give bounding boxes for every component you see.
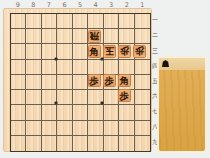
board-cell[interactable] xyxy=(11,90,26,105)
board-cell[interactable] xyxy=(104,105,119,120)
board-cell[interactable] xyxy=(26,121,41,136)
board-cell[interactable] xyxy=(73,105,88,120)
board-cell[interactable] xyxy=(88,136,103,151)
board-cell[interactable] xyxy=(11,60,26,75)
board-cell[interactable] xyxy=(11,105,26,120)
board-cell[interactable] xyxy=(26,44,41,59)
board-cell[interactable] xyxy=(11,44,26,59)
board-cell[interactable] xyxy=(57,105,72,120)
board-cell[interactable] xyxy=(11,29,26,44)
board-cell[interactable] xyxy=(88,121,103,136)
shogi-piece-pawn-2六[interactable]: 歩 xyxy=(118,89,131,102)
board-cell[interactable] xyxy=(73,136,88,151)
board-cell[interactable] xyxy=(104,90,119,105)
board-cell[interactable] xyxy=(42,121,57,136)
board-cell[interactable] xyxy=(73,29,88,44)
board-cell[interactable] xyxy=(73,60,88,75)
board-cell[interactable] xyxy=(42,60,57,75)
star-point xyxy=(100,102,103,105)
board-cell[interactable] xyxy=(11,136,26,151)
board-cell[interactable] xyxy=(119,14,134,29)
board-cell[interactable] xyxy=(11,121,26,136)
board-cell[interactable] xyxy=(73,75,88,90)
board-cell[interactable] xyxy=(42,105,57,120)
shogi-board: 飛角玉歩歩歩歩角歩 xyxy=(3,8,152,152)
star-point xyxy=(55,102,58,105)
board-cell[interactable] xyxy=(88,14,103,29)
board-cell[interactable] xyxy=(119,105,134,120)
board-cell[interactable] xyxy=(135,75,150,90)
board-cell[interactable] xyxy=(42,14,57,29)
board-cell[interactable] xyxy=(73,44,88,59)
board-cell[interactable] xyxy=(26,14,41,29)
board-cell[interactable] xyxy=(57,60,72,75)
board-cell[interactable] xyxy=(26,75,41,90)
board-cell[interactable] xyxy=(26,105,41,120)
rank-label: 一 xyxy=(152,13,158,28)
shogi-piece-bishop-4三[interactable]: 角 xyxy=(88,45,101,58)
board-cell[interactable] xyxy=(11,75,26,90)
board-cell[interactable] xyxy=(73,14,88,29)
komadai-header xyxy=(159,58,205,70)
board-cell[interactable] xyxy=(104,29,119,44)
board-cell[interactable] xyxy=(135,121,150,136)
board-cell[interactable] xyxy=(73,90,88,105)
board-cell[interactable] xyxy=(104,60,119,75)
board-cell[interactable] xyxy=(119,60,134,75)
board-cell[interactable] xyxy=(26,60,41,75)
board-cell[interactable] xyxy=(42,29,57,44)
sente-marker-icon xyxy=(162,60,169,67)
shogi-piece-bishop-2五[interactable]: 角 xyxy=(118,74,131,87)
rank-label: 二 xyxy=(152,28,158,43)
shogi-piece-pawn-3五[interactable]: 歩 xyxy=(103,74,116,87)
shogi-piece-rook-4二[interactable]: 飛 xyxy=(88,30,101,43)
board-cell[interactable] xyxy=(104,136,119,151)
board-cell[interactable] xyxy=(11,14,26,29)
board-cell[interactable] xyxy=(57,14,72,29)
board-cell[interactable] xyxy=(104,121,119,136)
board-cell[interactable] xyxy=(57,90,72,105)
board-cell[interactable] xyxy=(119,121,134,136)
star-point xyxy=(55,57,58,60)
board-cell[interactable] xyxy=(26,90,41,105)
board-cell[interactable] xyxy=(135,105,150,120)
board-cell[interactable] xyxy=(57,29,72,44)
board-cell[interactable] xyxy=(57,121,72,136)
board-cell[interactable] xyxy=(42,136,57,151)
board-cell[interactable] xyxy=(135,90,150,105)
board-cell[interactable] xyxy=(135,136,150,151)
board-cell[interactable] xyxy=(135,60,150,75)
komadai-sente-hand-tray xyxy=(157,56,207,153)
board-cell[interactable] xyxy=(26,29,41,44)
tsume-shogi-app: 987654321 一二三四五六七八九 飛角玉歩歩歩歩角歩 xyxy=(0,0,210,158)
board-cell[interactable] xyxy=(119,29,134,44)
board-cell[interactable] xyxy=(119,136,134,151)
board-cell[interactable] xyxy=(57,136,72,151)
board-cell[interactable] xyxy=(26,136,41,151)
board-cell[interactable] xyxy=(104,14,119,29)
board-cell[interactable] xyxy=(135,29,150,44)
shogi-piece-pawn-4五[interactable]: 歩 xyxy=(88,74,101,87)
board-cell[interactable] xyxy=(57,75,72,90)
shogi-piece-pawn-2三[interactable]: 歩 xyxy=(118,45,131,58)
shogi-piece-pawn-1三[interactable]: 歩 xyxy=(133,45,146,58)
board-grid: 飛角玉歩歩歩歩角歩 xyxy=(10,13,151,152)
board-cell[interactable] xyxy=(42,75,57,90)
board-cell[interactable] xyxy=(88,60,103,75)
board-cell[interactable] xyxy=(88,105,103,120)
board-cell[interactable] xyxy=(73,121,88,136)
shogi-piece-king-3三[interactable]: 玉 xyxy=(103,45,116,58)
board-cell[interactable] xyxy=(135,14,150,29)
board-cell[interactable] xyxy=(57,44,72,59)
